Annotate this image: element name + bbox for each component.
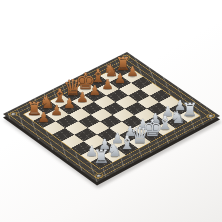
- piece-black-pawn-a7[interactable]: ♟: [37, 109, 49, 125]
- piece-black-pawn-h7[interactable]: ♟: [126, 64, 138, 79]
- piece-black-pawn-b7[interactable]: ♟: [50, 102, 62, 118]
- piece-black-pawn-d7[interactable]: ♟: [76, 89, 88, 105]
- piece-black-pawn-e7[interactable]: ♟: [89, 82, 101, 98]
- piece-black-pawn-c7[interactable]: ♟: [63, 95, 75, 111]
- chess-set-photo: ♜♞♟♝♟♚♟♛♟♝♟♞♟♟♜♟♟♜♟♟♞♟♝♟♚♟♛♟♝♟♞♜: [0, 0, 222, 222]
- piece-white-rook-a1[interactable]: ♜: [93, 146, 110, 167]
- piece-black-pawn-f7[interactable]: ♟: [101, 76, 113, 92]
- pieces-layer: ♜♞♟♝♟♚♟♛♟♝♟♞♟♟♜♟♟♜♟♟♞♟♝♟♚♟♛♟♝♟♞♜: [0, 0, 222, 222]
- piece-black-pawn-g7[interactable]: ♟: [114, 70, 126, 86]
